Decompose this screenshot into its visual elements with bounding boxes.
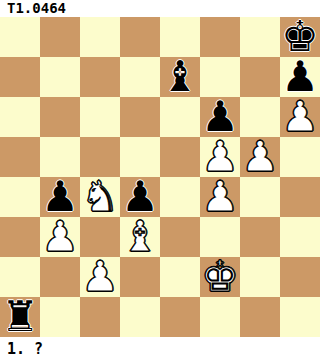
square-e7[interactable]: ♝: [160, 57, 200, 97]
square-e4[interactable]: [160, 177, 200, 217]
piece-black-pawn: ♟: [121, 177, 159, 217]
square-f2[interactable]: ♚: [200, 257, 240, 297]
piece-white-pawn: ♟: [81, 257, 119, 297]
square-c3[interactable]: [80, 217, 120, 257]
square-b5[interactable]: [40, 137, 80, 177]
square-e1[interactable]: [160, 297, 200, 337]
piece-white-king: ♚: [201, 257, 239, 297]
square-e6[interactable]: [160, 97, 200, 137]
square-d2[interactable]: [120, 257, 160, 297]
square-b8[interactable]: [40, 17, 80, 57]
square-h6[interactable]: ♟: [280, 97, 320, 137]
piece-black-bishop: ♝: [161, 57, 199, 97]
chess-puzzle-app: T1.0464 ♚♝♟♟♟♟♟♟♞♟♟♟♝♟♚♜ 1. ?: [0, 0, 320, 360]
square-a2[interactable]: [0, 257, 40, 297]
square-f3[interactable]: [200, 217, 240, 257]
square-c5[interactable]: [80, 137, 120, 177]
piece-white-pawn: ♟: [241, 137, 279, 177]
square-g4[interactable]: [240, 177, 280, 217]
square-b4[interactable]: ♟: [40, 177, 80, 217]
square-e2[interactable]: [160, 257, 200, 297]
square-a8[interactable]: [0, 17, 40, 57]
square-d1[interactable]: [120, 297, 160, 337]
square-c7[interactable]: [80, 57, 120, 97]
square-d4[interactable]: ♟: [120, 177, 160, 217]
piece-black-pawn: ♟: [201, 97, 239, 137]
piece-white-knight: ♞: [81, 177, 119, 217]
square-f1[interactable]: [200, 297, 240, 337]
square-c1[interactable]: [80, 297, 120, 337]
piece-white-pawn: ♟: [41, 217, 79, 257]
square-f4[interactable]: ♟: [200, 177, 240, 217]
puzzle-id-title: T1.0464: [0, 0, 320, 17]
square-d6[interactable]: [120, 97, 160, 137]
square-b6[interactable]: [40, 97, 80, 137]
square-c4[interactable]: ♞: [80, 177, 120, 217]
square-c8[interactable]: [80, 17, 120, 57]
square-e3[interactable]: [160, 217, 200, 257]
square-d8[interactable]: [120, 17, 160, 57]
square-h7[interactable]: ♟: [280, 57, 320, 97]
square-b1[interactable]: [40, 297, 80, 337]
square-b3[interactable]: ♟: [40, 217, 80, 257]
piece-black-pawn: ♟: [281, 57, 319, 97]
piece-white-pawn: ♟: [281, 97, 319, 137]
square-h8[interactable]: ♚: [280, 17, 320, 57]
square-h3[interactable]: [280, 217, 320, 257]
piece-white-pawn: ♟: [201, 177, 239, 217]
square-g6[interactable]: [240, 97, 280, 137]
square-g2[interactable]: [240, 257, 280, 297]
piece-black-pawn: ♟: [41, 177, 79, 217]
square-a7[interactable]: [0, 57, 40, 97]
square-d3[interactable]: ♝: [120, 217, 160, 257]
square-a4[interactable]: [0, 177, 40, 217]
square-d5[interactable]: [120, 137, 160, 177]
chess-board: ♚♝♟♟♟♟♟♟♞♟♟♟♝♟♚♜: [0, 17, 320, 337]
square-c2[interactable]: ♟: [80, 257, 120, 297]
square-g1[interactable]: [240, 297, 280, 337]
square-f6[interactable]: ♟: [200, 97, 240, 137]
square-b2[interactable]: [40, 257, 80, 297]
square-a6[interactable]: [0, 97, 40, 137]
square-c6[interactable]: [80, 97, 120, 137]
square-a3[interactable]: [0, 217, 40, 257]
square-f5[interactable]: ♟: [200, 137, 240, 177]
piece-black-king: ♚: [281, 17, 319, 57]
square-e5[interactable]: [160, 137, 200, 177]
square-g3[interactable]: [240, 217, 280, 257]
piece-black-rook: ♜: [1, 297, 39, 337]
square-h1[interactable]: [280, 297, 320, 337]
square-b7[interactable]: [40, 57, 80, 97]
square-a1[interactable]: ♜: [0, 297, 40, 337]
square-d7[interactable]: [120, 57, 160, 97]
square-h4[interactable]: [280, 177, 320, 217]
square-g5[interactable]: ♟: [240, 137, 280, 177]
square-e8[interactable]: [160, 17, 200, 57]
square-g7[interactable]: [240, 57, 280, 97]
square-f8[interactable]: [200, 17, 240, 57]
square-h5[interactable]: [280, 137, 320, 177]
square-f7[interactable]: [200, 57, 240, 97]
square-g8[interactable]: [240, 17, 280, 57]
square-a5[interactable]: [0, 137, 40, 177]
move-prompt: 1. ?: [0, 337, 320, 360]
square-h2[interactable]: [280, 257, 320, 297]
piece-white-bishop: ♝: [121, 217, 159, 257]
piece-white-pawn: ♟: [201, 137, 239, 177]
